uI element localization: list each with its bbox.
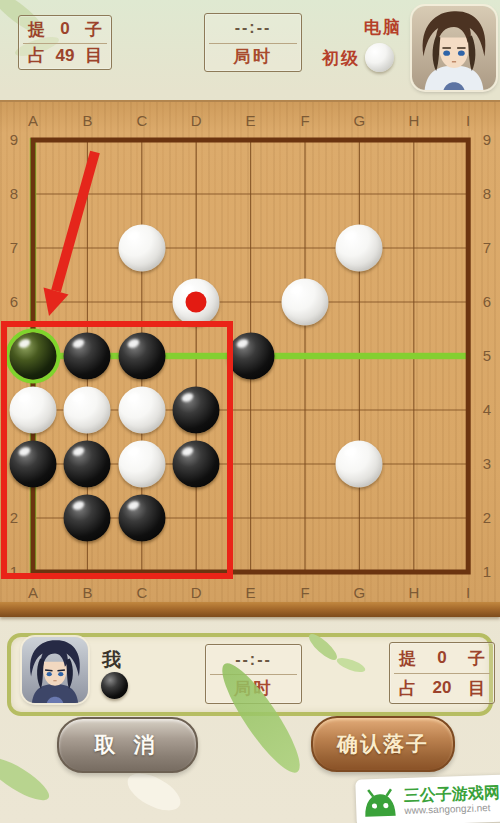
captures-label: 提 [28, 18, 45, 41]
opponent-stone-white [365, 43, 394, 72]
stone-white-g7 [336, 225, 383, 272]
territory-unit: 目 [468, 677, 485, 700]
player-stats-box: 提 0 子 占 20 目 [389, 642, 495, 704]
stone-black-a3 [10, 441, 57, 488]
stone-white-c4 [118, 387, 165, 434]
captures-value: 0 [437, 648, 446, 668]
player-name: 我 [102, 647, 121, 673]
opponent-level: 初级 [322, 47, 360, 70]
stone-white-b4 [64, 387, 111, 434]
confirm-move-button[interactable]: 确认落子 [311, 716, 455, 772]
territory-value: 20 [433, 678, 452, 698]
stone-black-a5 [10, 333, 57, 380]
stone-white-c3 [118, 441, 165, 488]
stone-white-f6 [282, 279, 329, 326]
territory-label: 占 [28, 44, 45, 67]
captures-unit: 子 [85, 18, 102, 41]
divider [209, 43, 297, 44]
player-stone-black [101, 672, 128, 699]
stone-white-d6 [173, 279, 220, 326]
opponent-avatar-art [412, 6, 496, 90]
territory-value: 49 [56, 46, 75, 66]
stone-black-c2 [118, 495, 165, 542]
leaf-decoration [0, 751, 54, 808]
stone-black-b5 [64, 333, 111, 380]
stone-black-d4 [173, 387, 220, 434]
last-move-marker [186, 292, 207, 313]
go-board[interactable]: AABBCCDDEEFFGGHHII998877665544332211 [0, 100, 500, 617]
stone-black-b2 [64, 495, 111, 542]
opponent-avatar [412, 6, 496, 90]
captures-value: 0 [60, 19, 69, 39]
stones-layer [0, 102, 500, 617]
clock-time: --:-- [205, 14, 301, 43]
clock-label: 局时 [205, 43, 301, 72]
player-captures-row: 提 0 子 [390, 643, 494, 673]
game-clock-box-top: --:-- 局时 [204, 13, 302, 72]
stone-black-c5 [118, 333, 165, 380]
computer-territory-row: 占 49 目 [19, 43, 111, 70]
stone-black-d3 [173, 441, 220, 488]
player-avatar-art [22, 637, 88, 703]
stone-white-a4 [10, 387, 57, 434]
opponent-name: 电脑 [364, 16, 402, 39]
watermark: 三公子游戏网 www.sangongzi.net [355, 774, 500, 823]
stone-white-c7 [118, 225, 165, 272]
watermark-site-url: www.sangongzi.net [404, 802, 500, 816]
cancel-button[interactable]: 取 消 [57, 717, 198, 773]
player-avatar [22, 637, 88, 703]
captures-label: 提 [399, 647, 416, 670]
divider [394, 673, 490, 674]
robot-icon [360, 785, 399, 820]
computer-stats-box: 提 0 子 占 49 目 [18, 15, 112, 70]
stone-black-e5 [227, 333, 274, 380]
computer-captures-row: 提 0 子 [19, 16, 111, 43]
territory-unit: 目 [85, 44, 102, 67]
player-territory-row: 占 20 目 [390, 673, 494, 703]
divider [23, 43, 107, 44]
captures-unit: 子 [468, 647, 485, 670]
clock-time: --:-- [206, 645, 301, 674]
stone-white-g3 [336, 441, 383, 488]
go-game-screen: 提 0 子 占 49 目 --:-- 局时 电脑 初级 [0, 0, 500, 823]
leaf-decoration [122, 766, 186, 818]
territory-label: 占 [399, 677, 416, 700]
stone-black-b3 [64, 441, 111, 488]
